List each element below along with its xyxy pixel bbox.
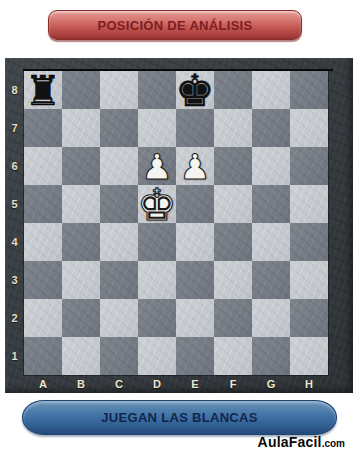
square-h2[interactable] [290,299,328,337]
square-d3[interactable] [138,261,176,299]
square-c1[interactable] [100,337,138,375]
square-e2[interactable] [176,299,214,337]
square-f3[interactable] [214,261,252,299]
square-e4[interactable] [176,223,214,261]
brand-name: AulaFacil [258,434,322,450]
file-label-a: A [24,376,62,392]
square-c7[interactable] [100,109,138,147]
square-h6[interactable] [290,147,328,185]
file-label-h: H [290,376,328,392]
brand-suffix: .com [322,438,345,449]
file-label-d: D [138,376,176,392]
square-d7[interactable] [138,109,176,147]
rank-label-7: 7 [5,109,24,147]
black-rook: ♜ [25,71,62,112]
square-f5[interactable] [214,185,252,223]
file-label-f: F [214,376,252,392]
rank-label-3: 3 [5,261,24,299]
square-e8[interactable]: ♚ [176,71,214,109]
square-b2[interactable] [62,299,100,337]
square-d2[interactable] [138,299,176,337]
square-b7[interactable] [62,109,100,147]
file-label-c: C [100,376,138,392]
chess-board-frame: ♜♚♟♟♚ 87654321ABCDEFGH [5,58,353,393]
turn-banner-text: JUEGAN LAS BLANCAS [101,410,257,425]
square-d8[interactable] [138,71,176,109]
square-b4[interactable] [62,223,100,261]
square-h4[interactable] [290,223,328,261]
square-f8[interactable] [214,71,252,109]
rank-label-4: 4 [5,223,24,261]
square-a5[interactable] [24,185,62,223]
rank-label-1: 1 [5,337,24,375]
square-g6[interactable] [252,147,290,185]
page: POSICIÓN DE ANÁLISIS ♜♚♟♟♚ 87654321ABCDE… [0,0,358,450]
square-e6[interactable]: ♟ [176,147,214,185]
square-e7[interactable] [176,109,214,147]
square-f2[interactable] [214,299,252,337]
square-b3[interactable] [62,261,100,299]
square-g7[interactable] [252,109,290,147]
square-c5[interactable] [100,185,138,223]
square-b8[interactable] [62,71,100,109]
square-c4[interactable] [100,223,138,261]
square-c8[interactable] [100,71,138,109]
square-d1[interactable] [138,337,176,375]
square-b1[interactable] [62,337,100,375]
turn-banner: JUEGAN LAS BLANCAS [22,400,337,435]
square-e1[interactable] [176,337,214,375]
square-c6[interactable] [100,147,138,185]
file-label-b: B [62,376,100,392]
square-d5[interactable]: ♚ [138,185,176,223]
square-a1[interactable] [24,337,62,375]
rank-label-2: 2 [5,299,24,337]
analysis-title-banner: POSICIÓN DE ANÁLISIS [48,10,302,40]
square-f6[interactable] [214,147,252,185]
square-h8[interactable] [290,71,328,109]
square-h3[interactable] [290,261,328,299]
square-a8[interactable]: ♜ [24,71,62,109]
file-label-e: E [176,376,214,392]
black-king: ♚ [175,69,214,113]
square-b5[interactable] [62,185,100,223]
chess-board: ♜♚♟♟♚ [24,71,328,375]
square-f1[interactable] [214,337,252,375]
square-a6[interactable] [24,147,62,185]
square-f4[interactable] [214,223,252,261]
square-g2[interactable] [252,299,290,337]
rank-label-5: 5 [5,185,24,223]
square-a7[interactable] [24,109,62,147]
square-c2[interactable] [100,299,138,337]
square-e3[interactable] [176,261,214,299]
square-h7[interactable] [290,109,328,147]
rank-label-6: 6 [5,147,24,185]
square-g3[interactable] [252,261,290,299]
square-e5[interactable] [176,185,214,223]
square-b6[interactable] [62,147,100,185]
square-c3[interactable] [100,261,138,299]
square-d4[interactable] [138,223,176,261]
square-h1[interactable] [290,337,328,375]
square-g8[interactable] [252,71,290,109]
square-h5[interactable] [290,185,328,223]
brand-watermark: AulaFacil.com [258,434,345,450]
file-label-g: G [252,376,290,392]
square-a4[interactable] [24,223,62,261]
square-g5[interactable] [252,185,290,223]
square-a2[interactable] [24,299,62,337]
square-g4[interactable] [252,223,290,261]
square-f7[interactable] [214,109,252,147]
white-king: ♚ [137,183,176,227]
square-g1[interactable] [252,337,290,375]
square-a3[interactable] [24,261,62,299]
analysis-title-text: POSICIÓN DE ANÁLISIS [97,18,252,33]
rank-label-8: 8 [5,71,24,109]
white-pawn: ♟ [179,150,210,185]
